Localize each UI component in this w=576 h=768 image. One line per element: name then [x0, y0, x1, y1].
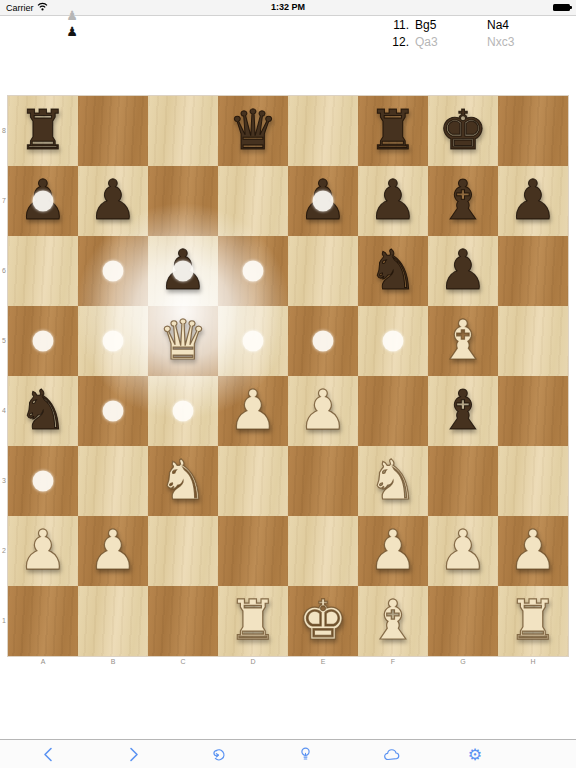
square-e3[interactable]: [288, 446, 358, 516]
square-g8[interactable]: ♚: [428, 96, 498, 166]
rank-label-8: 8: [0, 96, 8, 166]
square-c1[interactable]: [148, 586, 218, 656]
board-area: 87654321 ♜♛♜♚♟♟♟♟♝♟♟♞♟♛♝♞♟♟♝♞♞♟♟♟♟♟♜♚♝♜ …: [0, 96, 576, 668]
piece-black-pawn-g6[interactable]: ♟: [428, 236, 498, 306]
forward-button[interactable]: [112, 740, 156, 768]
square-h3[interactable]: [498, 446, 568, 516]
square-e1[interactable]: ♚: [288, 586, 358, 656]
captured-pieces-tray: ♟ ♟: [64, 8, 80, 40]
square-h4[interactable]: [498, 376, 568, 446]
rank-label-5: 5: [0, 306, 8, 376]
file-labels: ABCDEFGH: [8, 656, 568, 668]
legal-move-dot-e7[interactable]: [313, 191, 334, 212]
square-f7[interactable]: ♟: [358, 166, 428, 236]
square-g3[interactable]: [428, 446, 498, 516]
file-label-h: H: [498, 656, 568, 668]
square-g5[interactable]: ♝: [428, 306, 498, 376]
square-f6[interactable]: ♞: [358, 236, 428, 306]
square-h2[interactable]: ♟: [498, 516, 568, 586]
square-b2[interactable]: ♟: [78, 516, 148, 586]
square-e4[interactable]: ♟: [288, 376, 358, 446]
square-d7[interactable]: [218, 166, 288, 236]
square-c3[interactable]: ♞: [148, 446, 218, 516]
square-b3[interactable]: [78, 446, 148, 516]
chevron-left-icon: [43, 747, 53, 762]
square-f1[interactable]: ♝: [358, 586, 428, 656]
legal-move-dot-b5[interactable]: [103, 331, 124, 352]
file-label-e: E: [288, 656, 358, 668]
square-c8[interactable]: [148, 96, 218, 166]
piece-black-rook-a8[interactable]: ♜: [8, 96, 78, 166]
legal-move-dot-a5[interactable]: [33, 331, 54, 352]
piece-black-pawn-f7[interactable]: ♟: [358, 166, 428, 236]
legal-move-dot-a7[interactable]: [33, 191, 54, 212]
square-d8[interactable]: ♛: [218, 96, 288, 166]
white-move: Bg5: [415, 17, 461, 34]
piece-white-bishop-f1[interactable]: ♝: [358, 586, 428, 656]
square-h5[interactable]: [498, 306, 568, 376]
rank-label-2: 2: [0, 516, 8, 586]
square-b7[interactable]: ♟: [78, 166, 148, 236]
move-number: 11.: [385, 17, 409, 34]
back-button[interactable]: [26, 740, 70, 768]
piece-white-rook-d1[interactable]: ♜: [218, 586, 288, 656]
square-h8[interactable]: [498, 96, 568, 166]
piece-white-knight-f3[interactable]: ♞: [358, 446, 428, 516]
cloud-icon: [384, 749, 401, 761]
captured-white-pawn-icon: ♟: [64, 8, 80, 24]
piece-white-pawn-g2[interactable]: ♟: [428, 516, 498, 586]
square-a1[interactable]: [8, 586, 78, 656]
square-e8[interactable]: [288, 96, 358, 166]
square-d4[interactable]: ♟: [218, 376, 288, 446]
file-label-c: C: [148, 656, 218, 668]
bottom-toolbar: ⚙: [0, 739, 576, 768]
file-label-f: F: [358, 656, 428, 668]
piece-white-pawn-h2[interactable]: ♟: [498, 516, 568, 586]
square-a8[interactable]: ♜: [8, 96, 78, 166]
file-label-g: G: [428, 656, 498, 668]
square-a4[interactable]: ♞: [8, 376, 78, 446]
move-row-11: 11. Bg5 Na4: [385, 17, 514, 34]
square-d2[interactable]: [218, 516, 288, 586]
piece-white-pawn-d4[interactable]: ♟: [218, 376, 288, 446]
legal-move-dot-f5[interactable]: [383, 331, 404, 352]
file-label-b: B: [78, 656, 148, 668]
piece-black-bishop-g4[interactable]: ♝: [428, 376, 498, 446]
rank-label-4: 4: [0, 376, 8, 446]
clock-time: 1:32 PM: [0, 2, 576, 12]
hint-button[interactable]: [283, 740, 327, 768]
square-b8[interactable]: [78, 96, 148, 166]
legal-move-dot-c6[interactable]: [173, 261, 194, 282]
square-b1[interactable]: [78, 586, 148, 656]
square-f3[interactable]: ♞: [358, 446, 428, 516]
square-g2[interactable]: ♟: [428, 516, 498, 586]
legal-move-dot-d6[interactable]: [243, 261, 264, 282]
piece-white-king-e1[interactable]: ♚: [288, 586, 358, 656]
square-c7[interactable]: [148, 166, 218, 236]
rank-label-6: 6: [0, 236, 8, 306]
square-e6[interactable]: [288, 236, 358, 306]
captured-black-pawn-icon: ♟: [64, 24, 80, 40]
square-c5[interactable]: ♛: [148, 306, 218, 376]
piece-white-pawn-a2[interactable]: ♟: [8, 516, 78, 586]
square-f4[interactable]: [358, 376, 428, 446]
white-move: Qa3: [415, 34, 461, 51]
square-f2[interactable]: ♟: [358, 516, 428, 586]
piece-black-knight-a4[interactable]: ♞: [8, 376, 78, 446]
legal-move-dot-d5[interactable]: [243, 331, 264, 352]
piece-black-knight-f6[interactable]: ♞: [358, 236, 428, 306]
legal-move-dot-b6[interactable]: [103, 261, 124, 282]
piece-black-bishop-g7[interactable]: ♝: [428, 166, 498, 236]
square-g6[interactable]: ♟: [428, 236, 498, 306]
piece-black-pawn-h7[interactable]: ♟: [498, 166, 568, 236]
lightbulb-icon: [300, 747, 311, 762]
piece-black-pawn-b7[interactable]: ♟: [78, 166, 148, 236]
piece-white-bishop-g5[interactable]: ♝: [428, 306, 498, 376]
square-a6[interactable]: [8, 236, 78, 306]
cloud-button[interactable]: [370, 740, 414, 768]
file-label-a: A: [8, 656, 78, 668]
square-c2[interactable]: [148, 516, 218, 586]
piece-white-pawn-e4[interactable]: ♟: [288, 376, 358, 446]
square-g1[interactable]: [428, 586, 498, 656]
move-number: 12.: [385, 34, 409, 51]
square-h7[interactable]: ♟: [498, 166, 568, 236]
chess-board[interactable]: ♜♛♜♚♟♟♟♟♝♟♟♞♟♛♝♞♟♟♝♞♞♟♟♟♟♟♜♚♝♜: [8, 96, 568, 656]
piece-white-queen-c5[interactable]: ♛: [148, 306, 218, 376]
square-e2[interactable]: [288, 516, 358, 586]
rank-labels: 87654321: [0, 96, 8, 656]
gear-icon: ⚙: [468, 747, 482, 763]
piece-white-pawn-b2[interactable]: ♟: [78, 516, 148, 586]
legal-move-dot-a3[interactable]: [33, 471, 54, 492]
square-d3[interactable]: [218, 446, 288, 516]
piece-black-rook-f8[interactable]: ♜: [358, 96, 428, 166]
chevron-right-icon: [129, 747, 139, 762]
legal-move-dot-b4[interactable]: [103, 401, 124, 422]
rank-label-1: 1: [0, 586, 8, 656]
square-h1[interactable]: ♜: [498, 586, 568, 656]
piece-white-rook-h1[interactable]: ♜: [498, 586, 568, 656]
settings-button[interactable]: ⚙: [453, 740, 497, 768]
square-g4[interactable]: ♝: [428, 376, 498, 446]
legal-move-dot-c4[interactable]: [173, 401, 194, 422]
take-back-button[interactable]: [197, 740, 241, 768]
status-bar: Carrier 1:32 PM: [0, 0, 576, 16]
square-h6[interactable]: [498, 236, 568, 306]
undo-curl-icon: [212, 748, 226, 762]
piece-black-king-g8[interactable]: ♚: [428, 96, 498, 166]
move-list: 11. Bg5 Na4 12. Qa3 Nxc3: [385, 17, 514, 50]
legal-move-dot-e5[interactable]: [313, 331, 334, 352]
piece-white-knight-c3[interactable]: ♞: [148, 446, 218, 516]
battery-icon: [553, 4, 570, 11]
black-move: Na4: [487, 17, 509, 34]
square-a2[interactable]: ♟: [8, 516, 78, 586]
piece-black-queen-d8[interactable]: ♛: [218, 96, 288, 166]
file-label-d: D: [218, 656, 288, 668]
black-move: Nxc3: [487, 34, 514, 51]
rank-label-7: 7: [0, 166, 8, 236]
square-g7[interactable]: ♝: [428, 166, 498, 236]
move-row-12: 12. Qa3 Nxc3: [385, 34, 514, 51]
square-f8[interactable]: ♜: [358, 96, 428, 166]
square-d1[interactable]: ♜: [218, 586, 288, 656]
piece-white-pawn-f2[interactable]: ♟: [358, 516, 428, 586]
rank-label-3: 3: [0, 446, 8, 516]
